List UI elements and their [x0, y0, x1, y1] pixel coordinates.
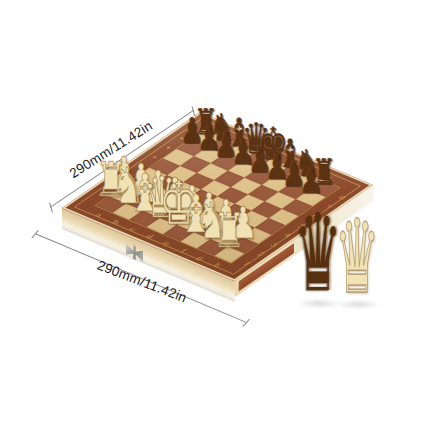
file-label-h: h [206, 259, 229, 270]
dimension-tick [49, 203, 53, 213]
dimension-tick [243, 319, 250, 327]
chess-set-product-photo: 290mm/11.42in 290mm/11.42in abcdefgh 123… [0, 0, 430, 430]
border-dot [167, 147, 170, 149]
metal-clasp-icon [126, 241, 143, 264]
dimension-tick [31, 230, 38, 238]
spare-light-queen: ♛ [334, 206, 379, 308]
piece-light-rook-h1: ♜ [213, 207, 245, 255]
